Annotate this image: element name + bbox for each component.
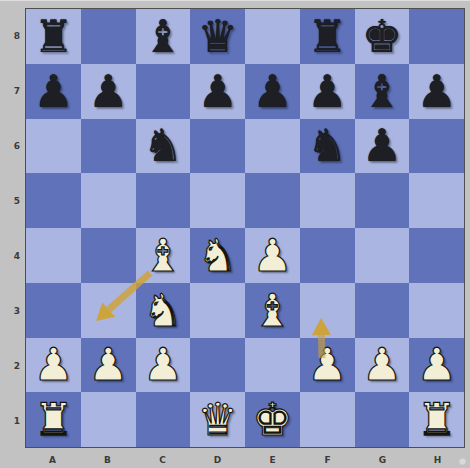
square-b2[interactable]: ♟ [81, 338, 136, 393]
square-h4[interactable] [409, 228, 464, 283]
square-a6[interactable] [26, 119, 81, 174]
piece-black-pawn-f7[interactable]: ♟ [300, 64, 355, 119]
square-e5[interactable] [245, 173, 300, 228]
square-a5[interactable] [26, 173, 81, 228]
rank-label-7: 7 [0, 85, 20, 97]
piece-white-queen-d1[interactable]: ♛ [190, 392, 245, 447]
rank-label-6: 6 [0, 140, 20, 152]
square-e2[interactable] [245, 338, 300, 393]
square-f6[interactable]: ♞ [300, 119, 355, 174]
square-g1[interactable] [355, 392, 410, 447]
square-c8[interactable]: ♝ [136, 9, 191, 64]
square-c2[interactable]: ♟ [136, 338, 191, 393]
square-b6[interactable] [81, 119, 136, 174]
square-c3[interactable]: ♞ [136, 283, 191, 338]
square-b8[interactable] [81, 9, 136, 64]
piece-white-bishop-c4[interactable]: ♝ [136, 228, 191, 283]
square-d1[interactable]: ♛ [190, 392, 245, 447]
piece-white-pawn-f2[interactable]: ♟ [300, 338, 355, 393]
square-h6[interactable] [409, 119, 464, 174]
square-b3[interactable] [81, 283, 136, 338]
piece-white-pawn-a2[interactable]: ♟ [26, 338, 81, 393]
piece-black-pawn-b7[interactable]: ♟ [81, 64, 136, 119]
piece-black-pawn-h7[interactable]: ♟ [409, 64, 464, 119]
square-f2[interactable]: ♟ [300, 338, 355, 393]
square-b5[interactable] [81, 173, 136, 228]
square-b7[interactable]: ♟ [81, 64, 136, 119]
piece-white-knight-d4[interactable]: ♞ [190, 228, 245, 283]
piece-black-pawn-g6[interactable]: ♟ [355, 119, 410, 174]
square-g5[interactable] [355, 173, 410, 228]
square-a7[interactable]: ♟ [26, 64, 81, 119]
square-e3[interactable]: ♝ [245, 283, 300, 338]
square-g6[interactable]: ♟ [355, 119, 410, 174]
piece-black-bishop-g7[interactable]: ♝ [355, 64, 410, 119]
piece-black-pawn-d7[interactable]: ♟ [190, 64, 245, 119]
file-label-e: E [263, 454, 283, 466]
piece-white-pawn-g2[interactable]: ♟ [355, 338, 410, 393]
piece-white-pawn-h2[interactable]: ♟ [409, 338, 464, 393]
square-d3[interactable] [190, 283, 245, 338]
piece-black-bishop-c8[interactable]: ♝ [136, 9, 191, 64]
square-c7[interactable] [136, 64, 191, 119]
file-label-c: C [153, 454, 173, 466]
chess-app-window: ♜♝♛♜♚♟♟♟♟♟♝♟♞♞♟♝♞♟♞♝♟♟♟♟♟♟♜♛♚♜ 87654321 … [0, 0, 470, 468]
square-f5[interactable] [300, 173, 355, 228]
piece-white-pawn-e4[interactable]: ♟ [245, 228, 300, 283]
square-e7[interactable]: ♟ [245, 64, 300, 119]
square-b4[interactable] [81, 228, 136, 283]
square-d4[interactable]: ♞ [190, 228, 245, 283]
square-h8[interactable] [409, 9, 464, 64]
square-e8[interactable] [245, 9, 300, 64]
piece-white-bishop-e3[interactable]: ♝ [245, 283, 300, 338]
square-g2[interactable]: ♟ [355, 338, 410, 393]
file-label-f: F [318, 454, 338, 466]
square-e4[interactable]: ♟ [245, 228, 300, 283]
square-g7[interactable]: ♝ [355, 64, 410, 119]
square-f4[interactable] [300, 228, 355, 283]
piece-white-rook-a1[interactable]: ♜ [26, 392, 81, 447]
square-a4[interactable] [26, 228, 81, 283]
square-b1[interactable] [81, 392, 136, 447]
square-c5[interactable] [136, 173, 191, 228]
square-e6[interactable] [245, 119, 300, 174]
piece-black-queen-d8[interactable]: ♛ [190, 9, 245, 64]
square-c6[interactable]: ♞ [136, 119, 191, 174]
piece-black-pawn-e7[interactable]: ♟ [245, 64, 300, 119]
chess-board: ♜♝♛♜♚♟♟♟♟♟♝♟♞♞♟♝♞♟♞♝♟♟♟♟♟♟♜♛♚♜ [25, 8, 465, 448]
file-label-d: D [208, 454, 228, 466]
file-label-a: A [43, 454, 63, 466]
square-h3[interactable] [409, 283, 464, 338]
piece-black-knight-f6[interactable]: ♞ [300, 119, 355, 174]
square-d7[interactable]: ♟ [190, 64, 245, 119]
piece-black-king-g8[interactable]: ♚ [355, 9, 410, 64]
square-d5[interactable] [190, 173, 245, 228]
square-h2[interactable]: ♟ [409, 338, 464, 393]
piece-black-pawn-a7[interactable]: ♟ [26, 64, 81, 119]
file-label-b: B [98, 454, 118, 466]
square-a8[interactable]: ♜ [26, 9, 81, 64]
piece-white-rook-h1[interactable]: ♜ [409, 392, 464, 447]
rank-label-1: 1 [0, 415, 20, 427]
piece-white-pawn-c2[interactable]: ♟ [136, 338, 191, 393]
piece-black-rook-f8[interactable]: ♜ [300, 9, 355, 64]
square-g8[interactable]: ♚ [355, 9, 410, 64]
square-a2[interactable]: ♟ [26, 338, 81, 393]
square-c1[interactable] [136, 392, 191, 447]
square-a1[interactable]: ♜ [26, 392, 81, 447]
rank-label-3: 3 [0, 305, 20, 317]
file-label-h: H [428, 454, 448, 466]
rank-label-4: 4 [0, 250, 20, 262]
square-a3[interactable] [26, 283, 81, 338]
square-f1[interactable] [300, 392, 355, 447]
square-c4[interactable]: ♝ [136, 228, 191, 283]
file-label-g: G [373, 454, 393, 466]
piece-white-pawn-b2[interactable]: ♟ [81, 338, 136, 393]
square-g3[interactable] [355, 283, 410, 338]
rank-label-8: 8 [0, 30, 20, 42]
square-d6[interactable] [190, 119, 245, 174]
piece-black-knight-c6[interactable]: ♞ [136, 119, 191, 174]
square-f8[interactable]: ♜ [300, 9, 355, 64]
square-d2[interactable] [190, 338, 245, 393]
piece-black-rook-a8[interactable]: ♜ [26, 9, 81, 64]
square-g4[interactable] [355, 228, 410, 283]
square-f7[interactable]: ♟ [300, 64, 355, 119]
piece-white-king-e1[interactable]: ♚ [245, 392, 300, 447]
rank-label-2: 2 [0, 360, 20, 372]
square-h5[interactable] [409, 173, 464, 228]
rank-label-5: 5 [0, 195, 20, 207]
resize-handle-dot [459, 458, 466, 465]
square-d8[interactable]: ♛ [190, 9, 245, 64]
square-f3[interactable] [300, 283, 355, 338]
square-e1[interactable]: ♚ [245, 392, 300, 447]
square-h1[interactable]: ♜ [409, 392, 464, 447]
square-h7[interactable]: ♟ [409, 64, 464, 119]
piece-white-knight-c3[interactable]: ♞ [136, 283, 191, 338]
